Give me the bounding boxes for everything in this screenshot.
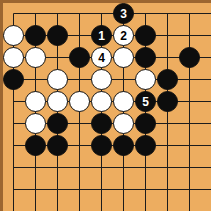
white-stone: [135, 69, 156, 90]
white-stone: [47, 91, 68, 112]
white-stone: [47, 69, 68, 90]
white-stone: [3, 25, 24, 46]
black-stone: [69, 47, 90, 68]
white-stone: [25, 113, 46, 134]
black-stone: [157, 69, 178, 90]
black-stone: [135, 25, 156, 46]
black-stone-move-1: 1: [91, 25, 112, 46]
white-stone-move-2: 2: [113, 25, 134, 46]
go-board-diagram[interactable]: 31245: [0, 0, 211, 211]
white-stone: [3, 47, 24, 68]
black-stone: [47, 135, 68, 156]
black-stone: [25, 25, 46, 46]
black-stone: [3, 69, 24, 90]
white-stone-move-4: 4: [91, 47, 112, 68]
white-stone: [91, 69, 112, 90]
white-stone: [113, 113, 134, 134]
black-stone: [113, 135, 134, 156]
white-stone: [113, 91, 134, 112]
white-stone: [91, 91, 112, 112]
white-stone: [69, 91, 90, 112]
black-stone: [135, 135, 156, 156]
black-stone: [135, 47, 156, 68]
black-stone: [47, 113, 68, 134]
black-stone: [91, 113, 112, 134]
black-stone: [135, 113, 156, 134]
white-stone: [25, 91, 46, 112]
white-stone: [113, 47, 134, 68]
black-stone: [47, 25, 68, 46]
black-stone: [179, 47, 200, 68]
black-stone: [157, 91, 178, 112]
black-stone-move-5: 5: [135, 91, 156, 112]
black-stone: [91, 135, 112, 156]
white-stone: [25, 47, 46, 68]
black-stone: [25, 135, 46, 156]
black-stone-move-3: 3: [113, 3, 134, 24]
